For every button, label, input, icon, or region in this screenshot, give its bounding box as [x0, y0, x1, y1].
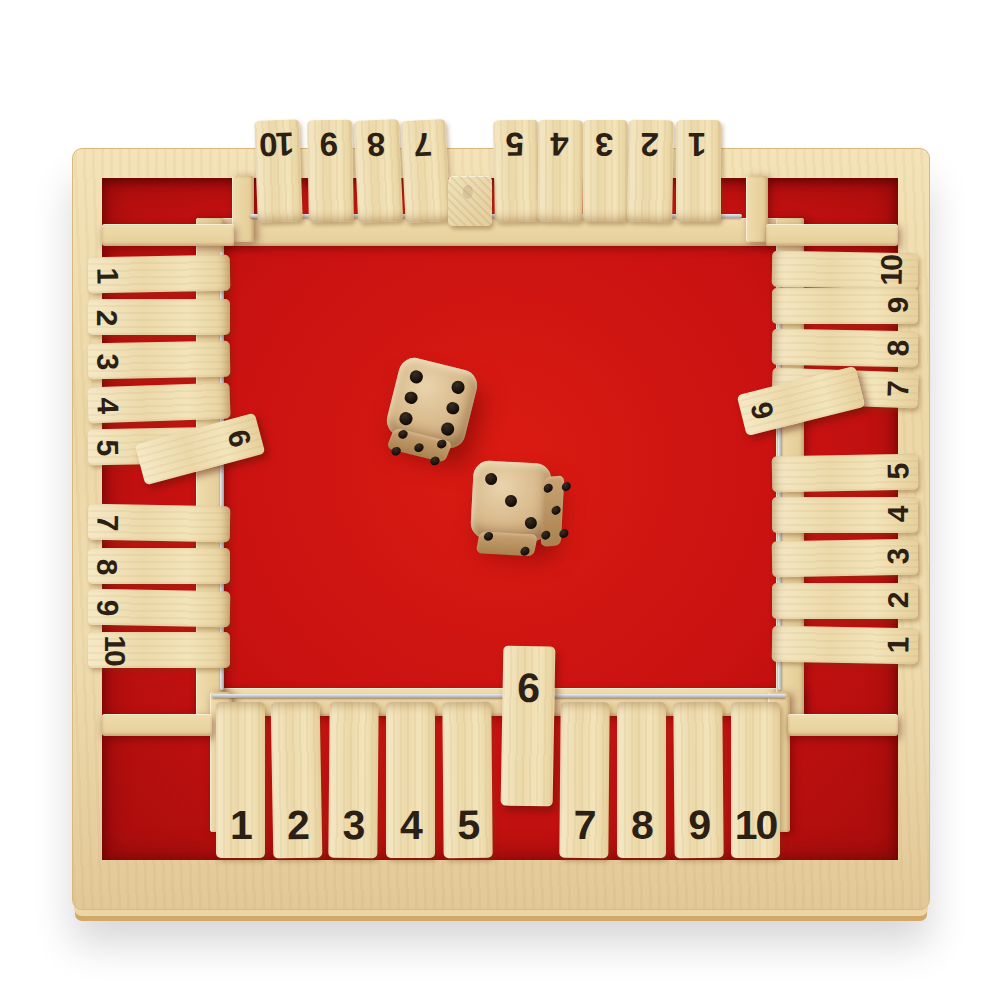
pocket-wall-top-right-h [766, 224, 898, 246]
tile-number: 8 [884, 341, 914, 356]
tile-number: 7 [574, 805, 595, 846]
tile-right-8[interactable]: 8 [772, 329, 919, 368]
tile-bottom-3[interactable]: 3 [328, 702, 378, 858]
tile-left-1[interactable]: 1 [88, 255, 231, 293]
tile-left-4[interactable]: 4 [87, 383, 230, 424]
tile-number: 10 [735, 805, 777, 846]
tile-number: 2 [884, 594, 914, 609]
tile-top-4[interactable]: 4 [538, 120, 584, 222]
tile-number: 10 [261, 127, 295, 161]
tile-number: 9 [884, 299, 914, 314]
tile-number: 7 [883, 382, 913, 398]
tile-number: 2 [92, 310, 122, 325]
pocket-wall-top-right-v [746, 176, 768, 242]
tile-right-10[interactable]: 10 [772, 251, 919, 290]
tile-top-6-shut-end-grain[interactable] [448, 176, 492, 226]
tile-bottom-9[interactable]: 9 [673, 702, 723, 858]
tile-bottom-2[interactable]: 2 [271, 702, 323, 859]
tile-bottom-6-shut[interactable]: 6 [501, 646, 556, 807]
tile-top-2[interactable]: 2 [627, 120, 674, 223]
tile-number: 5 [884, 464, 914, 479]
tile-number: 1 [690, 128, 706, 161]
tile-number: 5 [92, 439, 122, 454]
die-2-top-face-3 [478, 468, 543, 533]
tile-number: 3 [92, 353, 122, 368]
tile-number: 2 [642, 128, 659, 161]
tile-top-10[interactable]: 10 [254, 119, 303, 223]
tile-number: 1 [92, 267, 122, 282]
tile-bottom-5[interactable]: 5 [442, 702, 492, 858]
tile-bottom-10[interactable]: 10 [731, 702, 780, 858]
tile-number: 3 [597, 128, 613, 161]
tile-number: 6 [517, 668, 541, 709]
tile-number: 10 [100, 635, 130, 664]
tile-number: 6 [746, 399, 779, 422]
tile-right-4[interactable]: 4 [772, 497, 918, 533]
tile-number: 7 [92, 514, 122, 529]
tile-top-3[interactable]: 3 [583, 120, 628, 222]
pocket-wall-bottom-right-h [788, 714, 898, 736]
pocket-wall-bottom-left-h [102, 714, 212, 736]
tile-number: 5 [457, 805, 478, 846]
tile-number: 1 [884, 638, 914, 653]
tile-number: 10 [876, 256, 907, 286]
tile-bottom-4[interactable]: 4 [386, 702, 435, 858]
die-2-front-face-2 [476, 531, 538, 556]
tile-number: 3 [343, 805, 364, 846]
tile-number: 4 [92, 397, 122, 413]
tile-number: 7 [415, 128, 433, 162]
tile-right-3[interactable]: 3 [772, 539, 919, 578]
tile-number: 9 [322, 128, 339, 161]
tile-left-3[interactable]: 3 [88, 341, 231, 379]
die-2[interactable] [470, 460, 552, 542]
tile-number: 2 [287, 805, 309, 846]
tile-number: 4 [552, 128, 569, 161]
tile-number: 9 [92, 599, 122, 614]
tile-number: 8 [92, 559, 122, 574]
tile-bottom-1[interactable]: 1 [216, 702, 265, 858]
tile-left-7[interactable]: 7 [88, 504, 231, 542]
tile-right-5[interactable]: 5 [772, 454, 919, 493]
tile-number: 1 [230, 805, 251, 846]
die-2-right-face-5 [541, 475, 565, 547]
tile-number: 8 [631, 805, 652, 846]
hinge-rod-bottom [212, 694, 786, 698]
tile-number: 9 [688, 805, 709, 846]
tile-number: 3 [884, 549, 914, 564]
tile-top-8[interactable]: 8 [354, 119, 403, 223]
tile-left-10[interactable]: 10 [88, 632, 230, 668]
tile-left-8[interactable]: 8 [88, 548, 230, 584]
tile-number: 4 [400, 805, 421, 846]
pocket-wall-top-left-v [232, 176, 254, 242]
tile-top-9[interactable]: 9 [307, 120, 354, 223]
pocket-wall-top-left-h [102, 224, 234, 246]
tile-right-1[interactable]: 1 [772, 626, 919, 665]
tile-right-9[interactable]: 9 [772, 288, 918, 324]
tile-number: 5 [508, 128, 525, 161]
tile-bottom-7[interactable]: 7 [559, 702, 609, 858]
photo-background: 10 9 8 7 5 4 3 2 1 1 2 3 4 5 6 7 8 9 10 … [0, 0, 1000, 1000]
tile-bottom-8[interactable]: 8 [617, 702, 666, 858]
tile-top-7[interactable]: 7 [400, 119, 450, 223]
tile-number: 6 [223, 427, 256, 451]
tile-top-1[interactable]: 1 [676, 120, 721, 222]
tile-number: 4 [884, 508, 914, 523]
tile-left-9[interactable]: 9 [88, 589, 231, 627]
tile-number: 8 [368, 128, 386, 162]
tile-left-2[interactable]: 2 [88, 299, 230, 335]
tile-right-2[interactable]: 2 [772, 583, 918, 619]
tile-top-5[interactable]: 5 [493, 120, 540, 223]
